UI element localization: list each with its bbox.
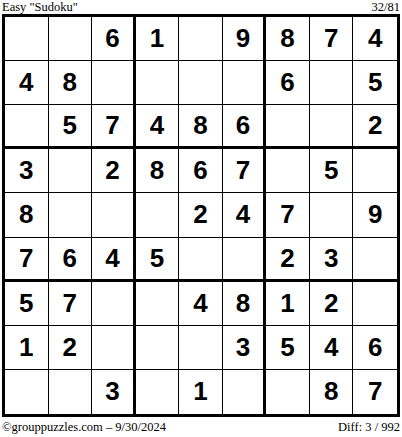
cell-r7c9[interactable]	[353, 282, 397, 326]
footer: ©grouppuzzles.com – 9/30/2024 Diff: 3 / …	[0, 417, 402, 434]
cell-r4c3[interactable]: 2	[92, 149, 136, 193]
cell-r2c3[interactable]	[92, 61, 136, 105]
cell-r4c4[interactable]: 8	[136, 149, 180, 193]
cell-r9c5[interactable]: 1	[179, 370, 223, 414]
cell-r3c4[interactable]: 4	[136, 105, 180, 149]
cell-r7c1[interactable]: 5	[5, 282, 49, 326]
cell-r8c2[interactable]: 2	[49, 326, 93, 370]
cell-r8c9[interactable]: 6	[353, 326, 397, 370]
cell-r9c6[interactable]	[223, 370, 267, 414]
cell-r4c8[interactable]: 5	[310, 149, 354, 193]
cell-r9c3[interactable]: 3	[92, 370, 136, 414]
cell-r4c7[interactable]	[266, 149, 310, 193]
cell-r3c5[interactable]: 8	[179, 105, 223, 149]
cell-r3c3[interactable]: 7	[92, 105, 136, 149]
cell-r4c6[interactable]: 7	[223, 149, 267, 193]
cell-r2c6[interactable]	[223, 61, 267, 105]
cell-r7c7[interactable]: 1	[266, 282, 310, 326]
cell-r7c5[interactable]: 4	[179, 282, 223, 326]
cell-r8c6[interactable]: 3	[223, 326, 267, 370]
cell-r8c7[interactable]: 5	[266, 326, 310, 370]
cell-r8c8[interactable]: 4	[310, 326, 354, 370]
cell-r4c2[interactable]	[49, 149, 93, 193]
cell-r3c2[interactable]: 5	[49, 105, 93, 149]
cell-r5c6[interactable]: 4	[223, 193, 267, 237]
cell-r1c7[interactable]: 8	[266, 17, 310, 61]
cell-r5c9[interactable]: 9	[353, 193, 397, 237]
sudoku-board: 6198744865574862328675824797645235748121…	[2, 14, 400, 417]
cell-r9c8[interactable]: 8	[310, 370, 354, 414]
cell-r2c7[interactable]: 6	[266, 61, 310, 105]
cell-r3c9[interactable]: 2	[353, 105, 397, 149]
cell-r2c2[interactable]: 8	[49, 61, 93, 105]
cell-r7c6[interactable]: 8	[223, 282, 267, 326]
cell-r9c9[interactable]: 7	[353, 370, 397, 414]
cell-r6c1[interactable]: 7	[5, 238, 49, 282]
cell-r4c1[interactable]: 3	[5, 149, 49, 193]
puzzle-title: Easy "Sudoku"	[2, 1, 78, 14]
empty-cell-counter: 32/81	[372, 1, 400, 14]
cell-r2c8[interactable]	[310, 61, 354, 105]
cell-r7c2[interactable]: 7	[49, 282, 93, 326]
cell-r9c4[interactable]	[136, 370, 180, 414]
cell-r1c5[interactable]	[179, 17, 223, 61]
cell-r1c6[interactable]: 9	[223, 17, 267, 61]
cell-r1c9[interactable]: 4	[353, 17, 397, 61]
cell-r6c3[interactable]: 4	[92, 238, 136, 282]
cell-r8c1[interactable]: 1	[5, 326, 49, 370]
cell-r8c4[interactable]	[136, 326, 180, 370]
cell-r4c5[interactable]: 6	[179, 149, 223, 193]
cell-r9c1[interactable]	[5, 370, 49, 414]
cell-r1c1[interactable]	[5, 17, 49, 61]
cell-r1c8[interactable]: 7	[310, 17, 354, 61]
cell-r6c4[interactable]: 5	[136, 238, 180, 282]
cell-r4c9[interactable]	[353, 149, 397, 193]
cell-r7c4[interactable]	[136, 282, 180, 326]
cell-r2c9[interactable]: 5	[353, 61, 397, 105]
cell-r8c5[interactable]	[179, 326, 223, 370]
cell-r3c1[interactable]	[5, 105, 49, 149]
cell-r7c8[interactable]: 2	[310, 282, 354, 326]
cell-r6c6[interactable]	[223, 238, 267, 282]
cell-r6c2[interactable]: 6	[49, 238, 93, 282]
cell-r9c2[interactable]	[49, 370, 93, 414]
cell-r2c5[interactable]	[179, 61, 223, 105]
cell-r5c1[interactable]: 8	[5, 193, 49, 237]
cell-r5c4[interactable]	[136, 193, 180, 237]
cell-r9c7[interactable]	[266, 370, 310, 414]
cell-r5c3[interactable]	[92, 193, 136, 237]
cell-r1c4[interactable]: 1	[136, 17, 180, 61]
cell-r2c1[interactable]: 4	[5, 61, 49, 105]
cell-r1c3[interactable]: 6	[92, 17, 136, 61]
cell-r6c7[interactable]: 2	[266, 238, 310, 282]
cell-r1c2[interactable]	[49, 17, 93, 61]
cell-r8c3[interactable]	[92, 326, 136, 370]
cell-r7c3[interactable]	[92, 282, 136, 326]
cell-r6c9[interactable]	[353, 238, 397, 282]
cell-r5c2[interactable]	[49, 193, 93, 237]
cell-r5c7[interactable]: 7	[266, 193, 310, 237]
cell-r5c5[interactable]: 2	[179, 193, 223, 237]
copyright-text: ©grouppuzzles.com – 9/30/2024	[2, 421, 166, 434]
cell-r3c7[interactable]	[266, 105, 310, 149]
cell-r5c8[interactable]	[310, 193, 354, 237]
difficulty-text: Diff: 3 / 992	[338, 421, 400, 434]
cell-r2c4[interactable]	[136, 61, 180, 105]
header: Easy "Sudoku" 32/81	[0, 0, 402, 14]
puzzle-page: Easy "Sudoku" 32/81 61987448655748623286…	[0, 0, 402, 437]
cell-r6c8[interactable]: 3	[310, 238, 354, 282]
cell-r3c8[interactable]	[310, 105, 354, 149]
cell-r3c6[interactable]: 6	[223, 105, 267, 149]
cell-r6c5[interactable]	[179, 238, 223, 282]
